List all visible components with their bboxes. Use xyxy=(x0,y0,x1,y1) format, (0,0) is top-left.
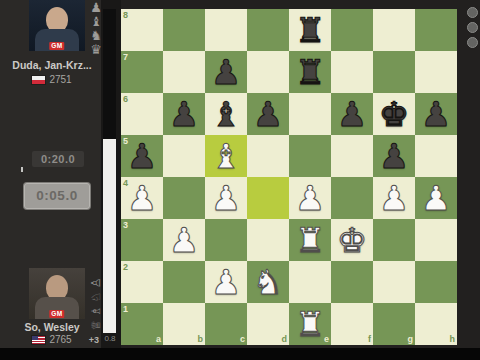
square-c5[interactable]: ♝ xyxy=(205,135,247,177)
evaluation-bar-white-share xyxy=(103,139,116,333)
piece-black-king-g6[interactable]: ♚ xyxy=(373,93,415,135)
square-c6[interactable]: ♝ xyxy=(205,93,247,135)
square-a1[interactable]: 1a xyxy=(121,303,163,345)
avatar-bottom-player: GM xyxy=(29,268,85,319)
square-h3[interactable] xyxy=(415,219,457,261)
square-g3[interactable] xyxy=(373,219,415,261)
captured-black-piece-icon: ♛ xyxy=(90,43,102,57)
square-a3[interactable]: 3 xyxy=(121,219,163,261)
rank-label-7: 7 xyxy=(123,53,128,62)
piece-white-king-f3[interactable]: ♚ xyxy=(331,219,373,261)
square-e2[interactable] xyxy=(289,261,331,303)
panel-button-icon[interactable] xyxy=(467,7,478,18)
square-d6[interactable]: ♟ xyxy=(247,93,289,135)
square-e6[interactable] xyxy=(289,93,331,135)
evaluation-bar xyxy=(103,9,116,333)
chess-board[interactable]: 8♜7♟♜6♟♝♟♟♚♟5♟♝♟4♟♟♟♟♟3♟♜♚2♟♞1abcde♜fgh xyxy=(121,9,457,345)
rank-label-6: 6 xyxy=(123,95,128,104)
player-name-top: Duda, Jan-Krz... xyxy=(0,59,104,71)
file-label-c: c xyxy=(240,335,245,344)
rank-label-1: 1 xyxy=(123,305,128,314)
square-d1[interactable]: d xyxy=(247,303,289,345)
square-h5[interactable] xyxy=(415,135,457,177)
avatar-top-player: GM xyxy=(29,0,85,51)
piece-white-pawn-e4[interactable]: ♟ xyxy=(289,177,331,219)
rank-label-3: 3 xyxy=(123,221,128,230)
square-h6[interactable]: ♟ xyxy=(415,93,457,135)
file-label-d: d xyxy=(282,335,288,344)
captured-pieces-top: ♟♝♞♛ xyxy=(88,1,104,57)
piece-black-bishop-c6[interactable]: ♝ xyxy=(205,93,247,135)
clock-bottom-player: 0:05.0 xyxy=(24,183,90,209)
captured-black-piece-icon: ♟ xyxy=(90,1,102,15)
square-c2[interactable]: ♟ xyxy=(205,261,247,303)
square-f2[interactable] xyxy=(331,261,373,303)
square-g7[interactable] xyxy=(373,51,415,93)
square-c1[interactable]: c xyxy=(205,303,247,345)
square-b2[interactable] xyxy=(163,261,205,303)
poland-flag-icon xyxy=(32,76,45,84)
square-h4[interactable]: ♟ xyxy=(415,177,457,219)
square-e8[interactable]: ♜ xyxy=(289,9,331,51)
square-c8[interactable] xyxy=(205,9,247,51)
piece-white-pawn-c2[interactable]: ♟ xyxy=(205,261,247,303)
piece-white-pawn-h4[interactable]: ♟ xyxy=(415,177,457,219)
square-b4[interactable] xyxy=(163,177,205,219)
gm-title-badge-bottom: GM xyxy=(49,310,64,318)
piece-white-pawn-a4[interactable]: ♟ xyxy=(121,177,163,219)
file-label-b: b xyxy=(198,335,204,344)
square-d4[interactable] xyxy=(247,177,289,219)
square-g1[interactable]: g xyxy=(373,303,415,345)
piece-black-pawn-f6[interactable]: ♟ xyxy=(331,93,373,135)
square-a7[interactable]: 7 xyxy=(121,51,163,93)
square-d3[interactable] xyxy=(247,219,289,261)
square-b5[interactable] xyxy=(163,135,205,177)
square-h7[interactable] xyxy=(415,51,457,93)
square-e4[interactable]: ♟ xyxy=(289,177,331,219)
square-f6[interactable]: ♟ xyxy=(331,93,373,135)
piece-black-pawn-c7[interactable]: ♟ xyxy=(205,51,247,93)
captured-white-piece-icon: ♗ xyxy=(89,306,103,317)
captured-white-piece-icon: ♙ xyxy=(89,278,103,289)
file-label-f: f xyxy=(368,335,371,344)
file-label-g: g xyxy=(408,335,414,344)
square-d2[interactable]: ♞ xyxy=(247,261,289,303)
square-a5[interactable]: 5♟ xyxy=(121,135,163,177)
piece-black-pawn-b6[interactable]: ♟ xyxy=(163,93,205,135)
player-name-bottom: So, Wesley xyxy=(0,321,104,333)
captured-black-piece-icon: ♞ xyxy=(90,29,102,43)
panel-button-icon[interactable] xyxy=(467,22,478,33)
usa-flag-icon xyxy=(32,336,45,344)
square-a8[interactable]: 8 xyxy=(121,9,163,51)
file-label-a: a xyxy=(156,335,161,344)
square-h2[interactable] xyxy=(415,261,457,303)
square-g6[interactable]: ♚ xyxy=(373,93,415,135)
square-h8[interactable] xyxy=(415,9,457,51)
square-e3[interactable]: ♜ xyxy=(289,219,331,261)
piece-black-pawn-d6[interactable]: ♟ xyxy=(247,93,289,135)
square-a4[interactable]: 4♟ xyxy=(121,177,163,219)
square-h1[interactable]: h xyxy=(415,303,457,345)
piece-black-rook-e7[interactable]: ♜ xyxy=(289,51,331,93)
piece-white-rook-e1[interactable]: ♜ xyxy=(289,303,331,345)
square-d5[interactable] xyxy=(247,135,289,177)
rating-row-bottom: 2765 xyxy=(0,334,104,345)
rating-bottom: 2765 xyxy=(49,334,71,345)
square-b1[interactable]: b xyxy=(163,303,205,345)
piece-black-pawn-a5[interactable]: ♟ xyxy=(121,135,163,177)
square-g4[interactable]: ♟ xyxy=(373,177,415,219)
square-d8[interactable] xyxy=(247,9,289,51)
rating-row-top: 2751 xyxy=(0,74,104,85)
square-e7[interactable]: ♜ xyxy=(289,51,331,93)
piece-white-pawn-b3[interactable]: ♟ xyxy=(163,219,205,261)
captured-white-piece-icon: ♘ xyxy=(89,292,103,303)
square-b3[interactable]: ♟ xyxy=(163,219,205,261)
square-c7[interactable]: ♟ xyxy=(205,51,247,93)
square-c4[interactable]: ♟ xyxy=(205,177,247,219)
square-f8[interactable] xyxy=(331,9,373,51)
rank-label-2: 2 xyxy=(123,263,128,272)
piece-white-bishop-c5[interactable]: ♝ xyxy=(205,135,247,177)
letterbox-bar xyxy=(0,348,480,360)
square-a2[interactable]: 2 xyxy=(121,261,163,303)
square-c3[interactable] xyxy=(205,219,247,261)
piece-black-pawn-h6[interactable]: ♟ xyxy=(415,93,457,135)
square-f3[interactable]: ♚ xyxy=(331,219,373,261)
piece-white-knight-d2[interactable]: ♞ xyxy=(247,261,289,303)
piece-white-pawn-g4[interactable]: ♟ xyxy=(373,177,415,219)
square-f4[interactable] xyxy=(331,177,373,219)
square-g8[interactable] xyxy=(373,9,415,51)
square-f7[interactable] xyxy=(331,51,373,93)
square-d7[interactable] xyxy=(247,51,289,93)
panel-button-icon[interactable] xyxy=(467,37,478,48)
gm-title-badge-top: GM xyxy=(49,42,64,50)
square-b7[interactable] xyxy=(163,51,205,93)
tick-mark xyxy=(21,167,23,172)
rating-top: 2751 xyxy=(49,74,71,85)
square-e5[interactable] xyxy=(289,135,331,177)
evaluation-value: 0.8 xyxy=(101,334,119,343)
square-g2[interactable] xyxy=(373,261,415,303)
square-g5[interactable]: ♟ xyxy=(373,135,415,177)
piece-black-rook-e8[interactable]: ♜ xyxy=(289,9,331,51)
piece-black-pawn-g5[interactable]: ♟ xyxy=(373,135,415,177)
piece-white-pawn-c4[interactable]: ♟ xyxy=(205,177,247,219)
square-f1[interactable]: f xyxy=(331,303,373,345)
square-b6[interactable]: ♟ xyxy=(163,93,205,135)
captured-black-piece-icon: ♝ xyxy=(90,15,102,29)
square-a6[interactable]: 6 xyxy=(121,93,163,135)
square-e1[interactable]: e♜ xyxy=(289,303,331,345)
square-b8[interactable] xyxy=(163,9,205,51)
square-f5[interactable] xyxy=(331,135,373,177)
rank-label-8: 8 xyxy=(123,11,128,20)
piece-white-rook-e3[interactable]: ♜ xyxy=(289,219,331,261)
clock-top-player: 0:20.0 xyxy=(32,151,84,167)
file-label-h: h xyxy=(450,335,456,344)
